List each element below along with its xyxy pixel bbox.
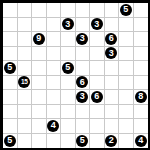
- cell-r8c9[interactable]: [134, 119, 149, 134]
- cell-r5c4[interactable]: [61, 76, 76, 91]
- cell-r4c8[interactable]: [119, 61, 134, 76]
- cell-r6c6: 6: [90, 90, 105, 105]
- cell-r9c7: 2: [105, 134, 120, 149]
- clue-circle-4: 4: [47, 120, 59, 132]
- cell-r4c9[interactable]: [134, 61, 149, 76]
- cell-r5c0[interactable]: [3, 76, 18, 91]
- cell-r9c9: 4: [134, 134, 149, 149]
- cell-r6c5: 3: [76, 90, 91, 105]
- cell-r8c1[interactable]: [18, 119, 33, 134]
- cell-r4c2[interactable]: [32, 61, 47, 76]
- cell-r6c7[interactable]: [105, 90, 120, 105]
- cell-r3c4[interactable]: [61, 47, 76, 62]
- clue-circle-2: 2: [105, 135, 117, 147]
- cell-r9c6[interactable]: [90, 134, 105, 149]
- cell-r3c7: 3: [105, 47, 120, 62]
- cell-r9c4[interactable]: [61, 134, 76, 149]
- clue-circle-6: 6: [76, 76, 88, 88]
- cell-r3c3[interactable]: [47, 47, 62, 62]
- clue-circle-9: 9: [33, 33, 45, 45]
- clue-circle-15: 15: [18, 76, 30, 88]
- cell-r4c7[interactable]: [105, 61, 120, 76]
- cell-r9c8[interactable]: [119, 134, 134, 149]
- cell-r6c9: 8: [134, 90, 149, 105]
- cell-r3c2[interactable]: [32, 47, 47, 62]
- cell-r2c6[interactable]: [90, 32, 105, 47]
- cell-r1c9[interactable]: [134, 18, 149, 33]
- cell-r2c8[interactable]: [119, 32, 134, 47]
- clue-circle-3: 3: [105, 47, 117, 59]
- cell-r1c1[interactable]: [18, 18, 33, 33]
- cell-r6c2[interactable]: [32, 90, 47, 105]
- clue-circle-3: 3: [76, 33, 88, 45]
- cell-r1c6: 3: [90, 18, 105, 33]
- cell-r7c8[interactable]: [119, 105, 134, 120]
- cell-r0c0[interactable]: [3, 3, 18, 18]
- clue-circle-6: 6: [91, 91, 103, 103]
- cell-r1c0[interactable]: [3, 18, 18, 33]
- cell-r4c6[interactable]: [90, 61, 105, 76]
- cell-r1c7[interactable]: [105, 18, 120, 33]
- cell-r5c1: 15: [18, 76, 33, 91]
- cell-r7c7[interactable]: [105, 105, 120, 120]
- cell-r4c3[interactable]: [47, 61, 62, 76]
- cell-r0c1[interactable]: [18, 3, 33, 18]
- cell-r9c1[interactable]: [18, 134, 33, 149]
- clue-circle-8: 8: [135, 91, 147, 103]
- cell-r8c4[interactable]: [61, 119, 76, 134]
- cell-r6c0[interactable]: [3, 90, 18, 105]
- clue-circle-3: 3: [91, 18, 103, 30]
- clue-circle-5: 5: [4, 62, 16, 74]
- cell-r3c0[interactable]: [3, 47, 18, 62]
- cell-r1c8[interactable]: [119, 18, 134, 33]
- cell-r4c5[interactable]: [76, 61, 91, 76]
- cell-r0c6[interactable]: [90, 3, 105, 18]
- clue-circle-5: 5: [120, 4, 132, 16]
- cell-r2c0[interactable]: [3, 32, 18, 47]
- cell-r2c2: 9: [32, 32, 47, 47]
- cell-r9c0: 5: [3, 134, 18, 149]
- cell-r4c4: 5: [61, 61, 76, 76]
- cell-r3c5[interactable]: [76, 47, 91, 62]
- cell-r2c1[interactable]: [18, 32, 33, 47]
- cell-r7c9[interactable]: [134, 105, 149, 120]
- cell-r3c9[interactable]: [134, 47, 149, 62]
- cell-r3c1[interactable]: [18, 47, 33, 62]
- cell-r5c3[interactable]: [47, 76, 62, 91]
- cell-r9c2[interactable]: [32, 134, 47, 149]
- cell-r0c8: 5: [119, 3, 134, 18]
- cell-r4c1[interactable]: [18, 61, 33, 76]
- cell-r8c5[interactable]: [76, 119, 91, 134]
- cell-r5c5: 6: [76, 76, 91, 91]
- cell-r1c2[interactable]: [32, 18, 47, 33]
- cell-r6c3[interactable]: [47, 90, 62, 105]
- cell-r5c8[interactable]: [119, 76, 134, 91]
- cell-r3c6[interactable]: [90, 47, 105, 62]
- cell-r9c5: 5: [76, 134, 91, 149]
- clue-circle-5: 5: [62, 62, 74, 74]
- cell-r7c5[interactable]: [76, 105, 91, 120]
- cell-r0c3[interactable]: [47, 3, 62, 18]
- cell-r0c9[interactable]: [134, 3, 149, 18]
- clue-circle-4: 4: [135, 135, 147, 147]
- cell-r6c1[interactable]: [18, 90, 33, 105]
- cell-r0c5[interactable]: [76, 3, 91, 18]
- cell-r5c2[interactable]: [32, 76, 47, 91]
- cell-r7c4[interactable]: [61, 105, 76, 120]
- cell-r7c3[interactable]: [47, 105, 62, 120]
- cell-r0c7[interactable]: [105, 3, 120, 18]
- clue-circle-3: 3: [76, 91, 88, 103]
- cell-r9c3[interactable]: [47, 134, 62, 149]
- cell-r0c4[interactable]: [61, 3, 76, 18]
- cell-r5c7[interactable]: [105, 76, 120, 91]
- clue-circle-6: 6: [105, 33, 117, 45]
- cell-r2c9[interactable]: [134, 32, 149, 47]
- puzzle-board: 53393635515636845524: [0, 0, 150, 150]
- cell-r8c0[interactable]: [3, 119, 18, 134]
- cell-r1c5[interactable]: [76, 18, 91, 33]
- cell-r7c0[interactable]: [3, 105, 18, 120]
- cell-r8c7[interactable]: [105, 119, 120, 134]
- cell-r3c8[interactable]: [119, 47, 134, 62]
- cell-r8c6[interactable]: [90, 119, 105, 134]
- clue-circle-5: 5: [4, 135, 16, 147]
- clue-circle-3: 3: [62, 18, 74, 30]
- clue-circle-5: 5: [76, 135, 88, 147]
- cell-r2c4[interactable]: [61, 32, 76, 47]
- cell-r5c6[interactable]: [90, 76, 105, 91]
- cell-r8c8[interactable]: [119, 119, 134, 134]
- cell-r7c6[interactable]: [90, 105, 105, 120]
- cell-r6c4[interactable]: [61, 90, 76, 105]
- cell-r8c2[interactable]: [32, 119, 47, 134]
- cell-r1c4: 3: [61, 18, 76, 33]
- cell-r7c2[interactable]: [32, 105, 47, 120]
- cell-r1c3[interactable]: [47, 18, 62, 33]
- cell-r2c3[interactable]: [47, 32, 62, 47]
- cell-r8c3: 4: [47, 119, 62, 134]
- cell-r7c1[interactable]: [18, 105, 33, 120]
- cell-r2c5: 3: [76, 32, 91, 47]
- cell-r5c9[interactable]: [134, 76, 149, 91]
- cell-r2c7: 6: [105, 32, 120, 47]
- cell-r6c8[interactable]: [119, 90, 134, 105]
- cell-r4c0: 5: [3, 61, 18, 76]
- cell-r0c2[interactable]: [32, 3, 47, 18]
